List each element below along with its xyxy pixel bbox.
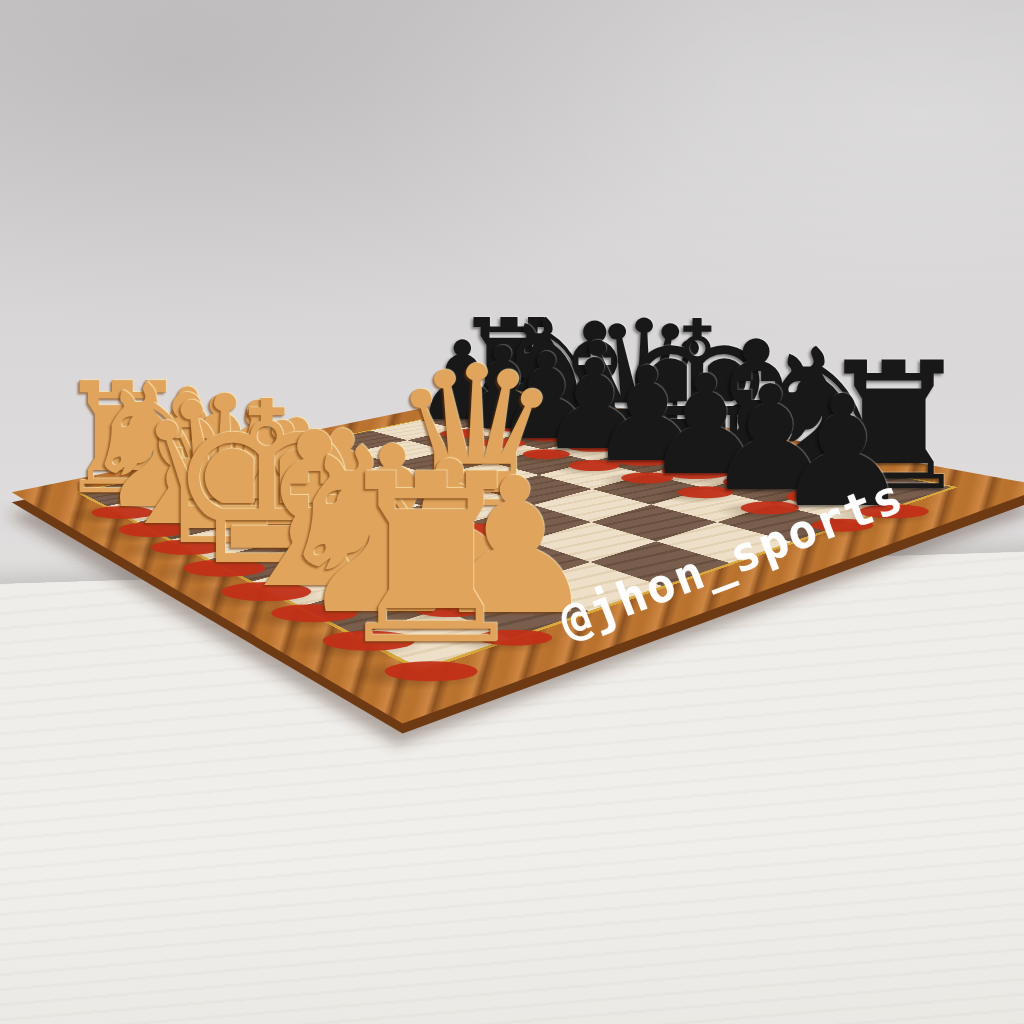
scene: ♜♞♟♝♟♛♟♚♟♝♟♞♟♟♜♟♟♜♟♛♟♞♝♟♛♟♚♟♝♟♞♟♜ @jhon_… (0, 0, 1024, 1024)
piece-white-rook-h1[interactable]: ♜ (326, 443, 535, 677)
